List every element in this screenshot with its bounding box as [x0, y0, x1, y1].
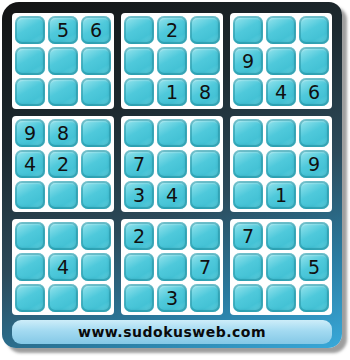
cell-r8c5[interactable]	[157, 253, 187, 281]
footer-link[interactable]: www.sudokusweb.com	[78, 324, 266, 340]
cell-r3c7[interactable]	[233, 78, 263, 106]
cell-r7c5[interactable]	[157, 222, 187, 250]
cell-r1c3[interactable]: 6	[81, 16, 111, 44]
cell-r3c6[interactable]: 8	[190, 78, 220, 106]
cell-r2c4[interactable]	[124, 47, 154, 75]
cell-r9c8[interactable]	[266, 284, 296, 312]
cell-r7c2[interactable]	[48, 222, 78, 250]
cell-r5c1[interactable]: 4	[15, 150, 45, 178]
cell-r7c8[interactable]	[266, 222, 296, 250]
cell-r2c7[interactable]: 9	[233, 47, 263, 75]
cell-r5c5[interactable]	[157, 150, 187, 178]
box-3-3: 75	[230, 219, 332, 315]
cell-r5c6[interactable]	[190, 150, 220, 178]
cell-r9c1[interactable]	[15, 284, 45, 312]
cell-r8c4[interactable]	[124, 253, 154, 281]
cell-r4c6[interactable]	[190, 119, 220, 147]
cell-r9c6[interactable]	[190, 284, 220, 312]
cell-r4c7[interactable]	[233, 119, 263, 147]
cell-r5c7[interactable]	[233, 150, 263, 178]
cell-r1c1[interactable]	[15, 16, 45, 44]
cell-r1c6[interactable]	[190, 16, 220, 44]
cell-r7c6[interactable]	[190, 222, 220, 250]
cell-r8c9[interactable]: 5	[299, 253, 329, 281]
cell-r2c3[interactable]	[81, 47, 111, 75]
cell-r4c3[interactable]	[81, 119, 111, 147]
box-1-1: 56	[12, 13, 114, 109]
cell-r1c4[interactable]	[124, 16, 154, 44]
sudoku-board-grid: 56218946984273491427375	[12, 13, 332, 315]
cell-r6c2[interactable]	[48, 181, 78, 209]
cell-r1c8[interactable]	[266, 16, 296, 44]
cell-r5c3[interactable]	[81, 150, 111, 178]
cell-r6c4[interactable]: 3	[124, 181, 154, 209]
cell-r4c4[interactable]	[124, 119, 154, 147]
cell-r7c1[interactable]	[15, 222, 45, 250]
cell-r2c8[interactable]	[266, 47, 296, 75]
cell-r8c2[interactable]: 4	[48, 253, 78, 281]
cell-r6c6[interactable]	[190, 181, 220, 209]
cell-r7c3[interactable]	[81, 222, 111, 250]
cell-r2c5[interactable]	[157, 47, 187, 75]
cell-r6c3[interactable]	[81, 181, 111, 209]
cell-r2c6[interactable]	[190, 47, 220, 75]
cell-r3c1[interactable]	[15, 78, 45, 106]
cell-r9c2[interactable]	[48, 284, 78, 312]
box-3-2: 273	[121, 219, 223, 315]
cell-r2c9[interactable]	[299, 47, 329, 75]
cell-r6c7[interactable]	[233, 181, 263, 209]
cell-r4c8[interactable]	[266, 119, 296, 147]
cell-r7c9[interactable]	[299, 222, 329, 250]
cell-r4c5[interactable]	[157, 119, 187, 147]
cell-r6c8[interactable]: 1	[266, 181, 296, 209]
cell-r3c5[interactable]: 1	[157, 78, 187, 106]
cell-r4c2[interactable]: 8	[48, 119, 78, 147]
cell-r3c4[interactable]	[124, 78, 154, 106]
cell-r4c1[interactable]: 9	[15, 119, 45, 147]
cell-r6c9[interactable]	[299, 181, 329, 209]
cell-r4c9[interactable]	[299, 119, 329, 147]
cell-r8c6[interactable]: 7	[190, 253, 220, 281]
cell-r1c2[interactable]: 5	[48, 16, 78, 44]
cell-r8c8[interactable]	[266, 253, 296, 281]
cell-r2c2[interactable]	[48, 47, 78, 75]
cell-r8c1[interactable]	[15, 253, 45, 281]
cell-r7c4[interactable]: 2	[124, 222, 154, 250]
cell-r7c7[interactable]: 7	[233, 222, 263, 250]
box-2-2: 734	[121, 116, 223, 212]
cell-r8c3[interactable]	[81, 253, 111, 281]
cell-r9c5[interactable]: 3	[157, 284, 187, 312]
cell-r1c5[interactable]: 2	[157, 16, 187, 44]
footer-band: www.sudokusweb.com	[12, 320, 332, 344]
cell-r5c8[interactable]	[266, 150, 296, 178]
cell-r8c7[interactable]	[233, 253, 263, 281]
box-1-3: 946	[230, 13, 332, 109]
box-2-1: 9842	[12, 116, 114, 212]
box-2-3: 91	[230, 116, 332, 212]
cell-r2c1[interactable]	[15, 47, 45, 75]
cell-r1c7[interactable]	[233, 16, 263, 44]
cell-r5c9[interactable]: 9	[299, 150, 329, 178]
cell-r9c9[interactable]	[299, 284, 329, 312]
sudoku-board: 56218946984273491427375 www.sudokusweb.c…	[2, 2, 342, 348]
cell-r9c7[interactable]	[233, 284, 263, 312]
cell-r6c1[interactable]	[15, 181, 45, 209]
box-1-2: 218	[121, 13, 223, 109]
cell-r9c4[interactable]	[124, 284, 154, 312]
cell-r3c9[interactable]: 6	[299, 78, 329, 106]
cell-r6c5[interactable]: 4	[157, 181, 187, 209]
cell-r5c2[interactable]: 2	[48, 150, 78, 178]
cell-r5c4[interactable]: 7	[124, 150, 154, 178]
box-3-1: 4	[12, 219, 114, 315]
cell-r3c3[interactable]	[81, 78, 111, 106]
cell-r3c8[interactable]: 4	[266, 78, 296, 106]
cell-r9c3[interactable]	[81, 284, 111, 312]
cell-r1c9[interactable]	[299, 16, 329, 44]
cell-r3c2[interactable]	[48, 78, 78, 106]
